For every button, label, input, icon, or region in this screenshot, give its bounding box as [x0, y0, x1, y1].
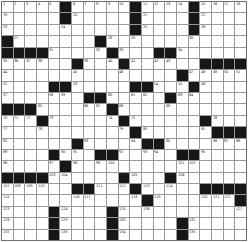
cell-r20c14[interactable] [154, 218, 165, 228]
cell-r13c19[interactable]: 86 [212, 139, 223, 149]
cell-r16c16[interactable]: 106 [177, 173, 188, 183]
cell-r3c8[interactable] [84, 25, 95, 35]
cell-r19c9[interactable] [95, 207, 106, 217]
cell-r19c1[interactable]: 123 [2, 207, 13, 217]
cell-r10c4[interactable]: 65 [37, 104, 48, 114]
cell-r16c18[interactable] [200, 173, 211, 183]
cell-r19c2[interactable] [14, 207, 25, 217]
cell-r13c18[interactable] [200, 139, 211, 149]
cell-r20c1[interactable]: 128 [2, 218, 13, 228]
cell-r21c9[interactable] [95, 230, 106, 240]
cell-r17c13[interactable]: 113 [142, 184, 153, 194]
cell-r8c4[interactable] [37, 82, 48, 92]
cell-r8c11[interactable] [119, 82, 130, 92]
cell-r20c12[interactable] [130, 218, 141, 228]
cell-r11c7[interactable] [72, 116, 83, 126]
cell-r4c16[interactable] [177, 36, 188, 46]
cell-r8c21[interactable] [235, 82, 246, 92]
cell-r7c19[interactable]: 49 [212, 70, 223, 80]
cell-r11c9[interactable] [95, 116, 106, 126]
cell-r11c12[interactable]: 75 [130, 116, 141, 126]
cell-r6c5[interactable] [49, 59, 60, 69]
cell-r9c16[interactable]: 63 [177, 93, 188, 103]
cell-r18c2[interactable] [14, 195, 25, 205]
cell-r18c4[interactable] [37, 195, 48, 205]
cell-r13c11[interactable] [119, 139, 130, 149]
cell-r7c11[interactable]: 46 [119, 70, 130, 80]
cell-r21c12[interactable] [130, 230, 141, 240]
cell-r5c11[interactable]: 33 [119, 48, 130, 58]
cell-r9c6[interactable]: 59 [60, 93, 71, 103]
cell-r16c21[interactable] [235, 173, 246, 183]
cell-r4c19[interactable] [212, 36, 223, 46]
cell-r4c12[interactable]: 29 [130, 36, 141, 46]
cell-r12c11[interactable]: 79 [119, 127, 130, 137]
cell-r15c20[interactable] [224, 161, 235, 171]
cell-r19c19[interactable] [212, 207, 223, 217]
cell-r11c5[interactable]: 73 [49, 116, 60, 126]
cell-r21c2[interactable] [14, 230, 25, 240]
cell-r14c1[interactable]: 89 [2, 150, 13, 160]
cell-r5c9[interactable]: 32 [95, 48, 106, 58]
cell-r14c13[interactable]: 93 [142, 150, 153, 160]
cell-r1c13[interactable]: 11 [142, 2, 153, 12]
cell-r15c7[interactable]: 98 [72, 161, 83, 171]
cell-r8c1[interactable]: 52 [2, 82, 13, 92]
cell-r16c7[interactable] [72, 173, 83, 183]
cell-r2c13[interactable]: 21 [142, 13, 153, 23]
cell-r21c18[interactable] [200, 230, 211, 240]
cell-r17c15[interactable]: 114 [165, 184, 176, 194]
cell-r12c18[interactable]: 81 [200, 127, 211, 137]
cell-r1c10[interactable]: 9 [107, 2, 118, 12]
cell-r15c21[interactable] [235, 161, 246, 171]
cell-r1c5[interactable]: 5 [49, 2, 60, 12]
cell-r13c1[interactable]: 82 [2, 139, 13, 149]
cell-r9c13[interactable]: 62 [142, 93, 153, 103]
cell-r14c21[interactable] [235, 150, 246, 160]
cell-r2c3[interactable] [25, 13, 36, 23]
cell-r18c7[interactable]: 116 [72, 195, 83, 205]
cell-r21c21[interactable] [235, 230, 246, 240]
cell-r16c12[interactable]: 105 [130, 173, 141, 183]
cell-r6c14[interactable]: 42 [154, 59, 165, 69]
cell-r14c2[interactable] [14, 150, 25, 160]
cell-r20c18[interactable] [200, 218, 211, 228]
cell-r16c9[interactable] [95, 173, 106, 183]
cell-r11c8[interactable] [84, 116, 95, 126]
cell-r14c18[interactable]: 95 [200, 150, 211, 160]
cell-r14c12[interactable] [130, 150, 141, 160]
cell-r18c11[interactable] [119, 195, 130, 205]
cell-r1c18[interactable]: 15 [200, 2, 211, 12]
cell-r4c3[interactable] [25, 36, 36, 46]
cell-r11c19[interactable]: 76 [212, 116, 223, 126]
cell-r1c11[interactable]: 10 [119, 2, 130, 12]
cell-r19c14[interactable] [154, 207, 165, 217]
cell-r2c4[interactable] [37, 13, 48, 23]
cell-r6c12[interactable]: 41 [130, 59, 141, 69]
cell-r12c7[interactable] [72, 127, 83, 137]
cell-r11c3[interactable]: 72 [25, 116, 36, 126]
cell-r10c15[interactable]: 69 [165, 104, 176, 114]
cell-r4c13[interactable] [142, 36, 153, 46]
cell-r3c19[interactable] [212, 25, 223, 35]
cell-r6c3[interactable]: 37 [25, 59, 36, 69]
cell-r14c14[interactable]: 94 [154, 150, 165, 160]
cell-r3c18[interactable]: 26 [200, 25, 211, 35]
cell-r6c10[interactable]: 40 [107, 59, 118, 69]
cell-r7c12[interactable] [130, 70, 141, 80]
cell-r7c5[interactable] [49, 70, 60, 80]
cell-r15c15[interactable] [165, 161, 176, 171]
cell-r11c1[interactable]: 70 [2, 116, 13, 126]
cell-r17c6[interactable] [60, 184, 71, 194]
cell-r21c20[interactable] [224, 230, 235, 240]
cell-r6c2[interactable]: 36 [14, 59, 25, 69]
cell-r20c9[interactable] [95, 218, 106, 228]
cell-r13c2[interactable] [14, 139, 25, 149]
cell-r19c17[interactable] [189, 207, 200, 217]
cell-r9c17[interactable]: 64 [189, 93, 200, 103]
cell-r5c5[interactable]: 31 [49, 48, 60, 58]
cell-r19c6[interactable]: 124 [60, 207, 71, 217]
cell-r17c17[interactable] [189, 184, 200, 194]
cell-r4c11[interactable] [119, 36, 130, 46]
cell-r15c16[interactable]: 101 [177, 161, 188, 171]
cell-r12c2[interactable] [14, 127, 25, 137]
cell-r19c8[interactable] [84, 207, 95, 217]
cell-r18c8[interactable]: 117 [84, 195, 95, 205]
cell-r19c13[interactable]: 126 [142, 207, 153, 217]
cell-r11c13[interactable] [142, 116, 153, 126]
cell-r13c5[interactable] [49, 139, 60, 149]
cell-r8c2[interactable] [14, 82, 25, 92]
cell-r21c4[interactable] [37, 230, 48, 240]
cell-r17c1[interactable]: 107 [2, 184, 13, 194]
cell-r18c18[interactable]: 120 [200, 195, 211, 205]
cell-r15c4[interactable] [37, 161, 48, 171]
cell-r17c16[interactable] [177, 184, 188, 194]
cell-r2c10[interactable] [107, 13, 118, 23]
cell-r8c16[interactable]: 55 [177, 82, 188, 92]
cell-r7c10[interactable] [107, 70, 118, 80]
cell-r3c5[interactable] [49, 25, 60, 35]
cell-r6c4[interactable]: 38 [37, 59, 48, 69]
cell-r8c18[interactable]: 56 [200, 82, 211, 92]
cell-r9c21[interactable] [235, 93, 246, 103]
cell-r9c1[interactable]: 57 [2, 93, 13, 103]
cell-r9c12[interactable]: 61 [130, 93, 141, 103]
cell-r5c12[interactable] [130, 48, 141, 58]
cell-r16c8[interactable] [84, 173, 95, 183]
cell-r20c6[interactable]: 129 [60, 218, 71, 228]
cell-r18c17[interactable] [189, 195, 200, 205]
cell-r20c2[interactable] [14, 218, 25, 228]
cell-r14c19[interactable] [212, 150, 223, 160]
cell-r15c9[interactable]: 99 [95, 161, 106, 171]
cell-r21c14[interactable] [154, 230, 165, 240]
cell-r3c9[interactable] [95, 25, 106, 35]
cell-r18c14[interactable]: 119 [154, 195, 165, 205]
cell-r3c21[interactable] [235, 25, 246, 35]
cell-r3c10[interactable] [107, 25, 118, 35]
cell-r4c2[interactable]: 27 [14, 36, 25, 46]
cell-r10c8[interactable]: 66 [84, 104, 95, 114]
cell-r19c15[interactable] [165, 207, 176, 217]
cell-r16c20[interactable] [224, 173, 235, 183]
cell-r11c20[interactable] [224, 116, 235, 126]
cell-r2c2[interactable] [14, 13, 25, 23]
cell-r10c5[interactable] [49, 104, 60, 114]
cell-r5c18[interactable] [200, 48, 211, 58]
cell-r7c15[interactable] [165, 70, 176, 80]
cell-r15c19[interactable] [212, 161, 223, 171]
cell-r5c8[interactable] [84, 48, 95, 58]
cell-r1c8[interactable]: 7 [84, 2, 95, 12]
cell-r1c3[interactable]: 3 [25, 2, 36, 12]
cell-r21c8[interactable] [84, 230, 95, 240]
cell-r17c14[interactable] [154, 184, 165, 194]
cell-r15c13[interactable] [142, 161, 153, 171]
cell-r18c10[interactable] [107, 195, 118, 205]
cell-r1c21[interactable]: 18 [235, 2, 246, 12]
cell-r18c19[interactable]: 121 [212, 195, 223, 205]
cell-r5c6[interactable] [60, 48, 71, 58]
cell-r12c4[interactable]: 78 [37, 127, 48, 137]
cell-r8c9[interactable] [95, 82, 106, 92]
cell-r19c3[interactable] [25, 207, 36, 217]
cell-r9c20[interactable] [224, 93, 235, 103]
cell-r3c3[interactable] [25, 25, 36, 35]
cell-r11c16[interactable] [177, 116, 188, 126]
cell-r10c20[interactable] [224, 104, 235, 114]
cell-r5c20[interactable] [224, 48, 235, 58]
cell-r13c16[interactable] [177, 139, 188, 149]
cell-r20c11[interactable]: 130 [119, 218, 130, 228]
cell-r14c20[interactable] [224, 150, 235, 160]
cell-r5c16[interactable]: 34 [177, 48, 188, 58]
cell-r9c11[interactable] [119, 93, 130, 103]
cell-r18c1[interactable]: 115 [2, 195, 13, 205]
cell-r15c5[interactable]: 97 [49, 161, 60, 171]
cell-r2c1[interactable]: 19 [2, 13, 13, 23]
cell-r6c8[interactable]: 39 [84, 59, 95, 69]
cell-r14c7[interactable]: 91 [72, 150, 83, 160]
cell-r4c5[interactable] [49, 36, 60, 46]
cell-r19c12[interactable] [130, 207, 141, 217]
cell-r11c14[interactable] [154, 116, 165, 126]
cell-r12c3[interactable] [25, 127, 36, 137]
cell-r10c13[interactable] [142, 104, 153, 114]
cell-r3c4[interactable] [37, 25, 48, 35]
cell-r13c20[interactable]: 87 [224, 139, 235, 149]
cell-r14c6[interactable]: 90 [60, 150, 71, 160]
cell-r12c1[interactable]: 77 [2, 127, 13, 137]
cell-r1c14[interactable]: 12 [154, 2, 165, 12]
cell-r12c16[interactable] [177, 127, 188, 137]
cell-r7c18[interactable]: 48 [200, 70, 211, 80]
cell-r19c18[interactable] [200, 207, 211, 217]
cell-r2c19[interactable] [212, 13, 223, 23]
cell-r12c17[interactable] [189, 127, 200, 137]
cell-r2c15[interactable] [165, 13, 176, 23]
cell-r8c3[interactable] [25, 82, 36, 92]
cell-r5c19[interactable] [212, 48, 223, 58]
cell-r20c19[interactable] [212, 218, 223, 228]
cell-r2c21[interactable] [235, 13, 246, 23]
cell-r17c3[interactable]: 109 [25, 184, 36, 194]
cell-r17c2[interactable]: 108 [14, 184, 25, 194]
cell-r4c20[interactable] [224, 36, 235, 46]
cell-r1c20[interactable]: 17 [224, 2, 235, 12]
cell-r11c21[interactable] [235, 116, 246, 126]
cell-r14c3[interactable] [25, 150, 36, 160]
cell-r3c11[interactable] [119, 25, 130, 35]
cell-r8c15[interactable] [165, 82, 176, 92]
cell-r21c11[interactable]: 134 [119, 230, 130, 240]
cell-r15c2[interactable] [14, 161, 25, 171]
cell-r7c4[interactable] [37, 70, 48, 80]
cell-r21c3[interactable] [25, 230, 36, 240]
cell-r18c5[interactable] [49, 195, 60, 205]
cell-r7c14[interactable] [154, 70, 165, 80]
cell-r13c15[interactable]: 85 [165, 139, 176, 149]
cell-r16c14[interactable] [154, 173, 165, 183]
cell-r15c17[interactable]: 102 [189, 161, 200, 171]
cell-r4c8[interactable] [84, 36, 95, 46]
cell-r2c9[interactable] [95, 13, 106, 23]
cell-r13c4[interactable] [37, 139, 48, 149]
cell-r10c18[interactable] [200, 104, 211, 114]
cell-r10c7[interactable] [72, 104, 83, 114]
cell-r4c10[interactable]: 28 [107, 36, 118, 46]
cell-r15c12[interactable] [130, 161, 141, 171]
cell-r18c20[interactable]: 122 [224, 195, 235, 205]
cell-r20c3[interactable] [25, 218, 36, 228]
cell-r15c14[interactable] [154, 161, 165, 171]
cell-r11c10[interactable]: 74 [107, 116, 118, 126]
cell-r18c15[interactable] [165, 195, 176, 205]
cell-r3c14[interactable] [154, 25, 165, 35]
cell-r2c5[interactable] [49, 13, 60, 23]
cell-r20c21[interactable] [235, 218, 246, 228]
cell-r19c11[interactable]: 125 [119, 207, 130, 217]
cell-r20c4[interactable] [37, 218, 48, 228]
cell-r16c5[interactable]: 103 [49, 173, 60, 183]
cell-r8c14[interactable]: 54 [154, 82, 165, 92]
cell-r1c4[interactable]: 4 [37, 2, 48, 12]
cell-r21c17[interactable]: 135 [189, 230, 200, 240]
cell-r19c21[interactable]: 127 [235, 207, 246, 217]
cell-r15c11[interactable] [119, 161, 130, 171]
cell-r12c9[interactable] [95, 127, 106, 137]
cell-r4c4[interactable] [37, 36, 48, 46]
cell-r7c7[interactable]: 45 [72, 70, 83, 80]
cell-r6c9[interactable] [95, 59, 106, 69]
cell-r21c7[interactable] [72, 230, 83, 240]
cell-r3c1[interactable]: 23 [2, 25, 13, 35]
cell-r8c20[interactable] [224, 82, 235, 92]
cell-r17c4[interactable]: 110 [37, 184, 48, 194]
cell-r10c19[interactable] [212, 104, 223, 114]
cell-r15c18[interactable] [200, 161, 211, 171]
cell-r1c19[interactable]: 16 [212, 2, 223, 12]
cell-r11c6[interactable] [60, 116, 71, 126]
cell-r21c6[interactable]: 133 [60, 230, 71, 240]
cell-r6c15[interactable]: 43 [165, 59, 176, 69]
cell-r14c4[interactable] [37, 150, 48, 160]
cell-r3c2[interactable] [14, 25, 25, 35]
cell-r17c9[interactable]: 111 [95, 184, 106, 194]
cell-r20c20[interactable] [224, 218, 235, 228]
cell-r3c16[interactable] [177, 25, 188, 35]
cell-r2c11[interactable] [119, 13, 130, 23]
cell-r5c13[interactable] [142, 48, 153, 58]
cell-r7c1[interactable]: 44 [2, 70, 13, 80]
cell-r10c12[interactable] [130, 104, 141, 114]
cell-r21c1[interactable]: 132 [2, 230, 13, 240]
cell-r3c15[interactable] [165, 25, 176, 35]
cell-r7c13[interactable] [142, 70, 153, 80]
cell-r19c20[interactable] [224, 207, 235, 217]
cell-r1c2[interactable]: 2 [14, 2, 25, 12]
cell-r18c12[interactable]: 118 [130, 195, 141, 205]
cell-r12c13[interactable]: 80 [142, 127, 153, 137]
cell-r10c11[interactable]: 68 [119, 104, 130, 114]
cell-r20c7[interactable] [72, 218, 83, 228]
cell-r3c6[interactable]: 24 [60, 25, 71, 35]
cell-r13c21[interactable]: 88 [235, 139, 246, 149]
cell-r9c18[interactable] [200, 93, 211, 103]
cell-r17c11[interactable]: 112 [119, 184, 130, 194]
cell-r15c3[interactable] [25, 161, 36, 171]
cell-r20c15[interactable] [165, 218, 176, 228]
cell-r21c19[interactable] [212, 230, 223, 240]
cell-r15c8[interactable] [84, 161, 95, 171]
cell-r21c15[interactable] [165, 230, 176, 240]
cell-r3c7[interactable] [72, 25, 83, 35]
cell-r2c14[interactable] [154, 13, 165, 23]
cell-r8c7[interactable]: 53 [72, 82, 83, 92]
cell-r13c9[interactable] [95, 139, 106, 149]
cell-r8c10[interactable] [107, 82, 118, 92]
cell-r18c16[interactable] [177, 195, 188, 205]
cell-r4c21[interactable] [235, 36, 246, 46]
cell-r1c16[interactable]: 14 [177, 2, 188, 12]
cell-r12c14[interactable] [154, 127, 165, 137]
cell-r13c12[interactable]: 84 [130, 139, 141, 149]
cell-r4c18[interactable] [200, 36, 211, 46]
cell-r14c15[interactable] [165, 150, 176, 160]
cell-r4c14[interactable] [154, 36, 165, 46]
cell-r13c10[interactable] [107, 139, 118, 149]
cell-r6c1[interactable]: 35 [2, 59, 13, 69]
cell-r12c5[interactable] [49, 127, 60, 137]
cell-r5c21[interactable] [235, 48, 246, 58]
cell-r4c15[interactable] [165, 36, 176, 46]
cell-r8c8[interactable] [84, 82, 95, 92]
cell-r2c18[interactable]: 22 [200, 13, 211, 23]
cell-r3c20[interactable] [224, 25, 235, 35]
cell-r7c8[interactable] [84, 70, 95, 80]
cell-r9c2[interactable] [14, 93, 25, 103]
cell-r15c10[interactable]: 100 [107, 161, 118, 171]
cell-r11c15[interactable] [165, 116, 176, 126]
cell-r1c15[interactable]: 13 [165, 2, 176, 12]
cell-r19c16[interactable] [177, 207, 188, 217]
cell-r17c5[interactable] [49, 184, 60, 194]
